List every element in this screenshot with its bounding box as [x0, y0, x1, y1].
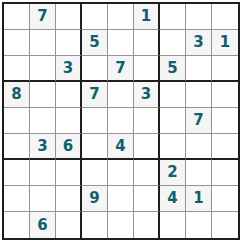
cell-r5c7[interactable]	[160, 108, 186, 134]
cell-r8c1[interactable]	[4, 186, 30, 212]
cell-r5c8[interactable]: 7	[186, 108, 212, 134]
cell-r1c6[interactable]: 1	[134, 4, 160, 30]
cell-r4c6[interactable]: 3	[134, 82, 160, 108]
cell-r7c9[interactable]	[212, 160, 238, 186]
page: 71531375873736429416	[0, 0, 240, 240]
cell-r6c6[interactable]	[134, 134, 160, 160]
cell-r9c9[interactable]	[212, 212, 238, 238]
cell-r9c5[interactable]	[108, 212, 134, 238]
cell-r3c3[interactable]: 3	[56, 56, 82, 82]
cell-r4c8[interactable]	[186, 82, 212, 108]
cell-r4c2[interactable]	[30, 82, 56, 108]
cell-r6c3[interactable]: 6	[56, 134, 82, 160]
cell-r6c2[interactable]: 3	[30, 134, 56, 160]
cell-r8c8[interactable]: 1	[186, 186, 212, 212]
cell-r9c8[interactable]	[186, 212, 212, 238]
cell-r1c9[interactable]	[212, 4, 238, 30]
cell-r7c5[interactable]	[108, 160, 134, 186]
cell-r2c7[interactable]	[160, 30, 186, 56]
cell-r3c6[interactable]	[134, 56, 160, 82]
cell-r9c2[interactable]: 6	[30, 212, 56, 238]
cell-r8c2[interactable]	[30, 186, 56, 212]
cell-r8c9[interactable]	[212, 186, 238, 212]
cell-r3c1[interactable]	[4, 56, 30, 82]
cell-r7c2[interactable]	[30, 160, 56, 186]
cell-r3c4[interactable]	[82, 56, 108, 82]
cell-r7c8[interactable]	[186, 160, 212, 186]
sudoku-board: 71531375873736429416	[2, 2, 240, 240]
cell-r4c9[interactable]	[212, 82, 238, 108]
cell-r6c8[interactable]	[186, 134, 212, 160]
cell-r1c3[interactable]	[56, 4, 82, 30]
cell-r7c6[interactable]	[134, 160, 160, 186]
cell-r6c9[interactable]	[212, 134, 238, 160]
cell-r3c9[interactable]	[212, 56, 238, 82]
cell-r9c1[interactable]	[4, 212, 30, 238]
cell-r4c3[interactable]	[56, 82, 82, 108]
cell-r7c7[interactable]: 2	[160, 160, 186, 186]
cell-r1c7[interactable]	[160, 4, 186, 30]
cell-r2c3[interactable]	[56, 30, 82, 56]
cell-r2c8[interactable]: 3	[186, 30, 212, 56]
cell-r8c6[interactable]	[134, 186, 160, 212]
cell-r1c5[interactable]	[108, 4, 134, 30]
cell-r5c3[interactable]	[56, 108, 82, 134]
cell-r4c7[interactable]	[160, 82, 186, 108]
cell-r5c1[interactable]	[4, 108, 30, 134]
cell-r5c2[interactable]	[30, 108, 56, 134]
cell-r9c7[interactable]	[160, 212, 186, 238]
cell-r2c1[interactable]	[4, 30, 30, 56]
cell-r8c3[interactable]	[56, 186, 82, 212]
cell-r2c9[interactable]: 1	[212, 30, 238, 56]
cell-r6c7[interactable]	[160, 134, 186, 160]
cell-r4c1[interactable]: 8	[4, 82, 30, 108]
cell-r8c7[interactable]: 4	[160, 186, 186, 212]
cell-r3c7[interactable]: 5	[160, 56, 186, 82]
cell-r1c2[interactable]: 7	[30, 4, 56, 30]
cell-r3c2[interactable]	[30, 56, 56, 82]
cell-r2c6[interactable]	[134, 30, 160, 56]
cell-r8c4[interactable]: 9	[82, 186, 108, 212]
cell-r7c3[interactable]	[56, 160, 82, 186]
cell-r8c5[interactable]	[108, 186, 134, 212]
cell-r9c4[interactable]	[82, 212, 108, 238]
cell-r2c2[interactable]	[30, 30, 56, 56]
cell-r3c5[interactable]: 7	[108, 56, 134, 82]
cell-r1c8[interactable]	[186, 4, 212, 30]
cell-r5c9[interactable]	[212, 108, 238, 134]
cell-r9c3[interactable]	[56, 212, 82, 238]
cell-r3c8[interactable]	[186, 56, 212, 82]
cell-r5c5[interactable]	[108, 108, 134, 134]
cell-r5c6[interactable]	[134, 108, 160, 134]
cell-r6c4[interactable]	[82, 134, 108, 160]
cell-r2c4[interactable]: 5	[82, 30, 108, 56]
cell-r6c1[interactable]	[4, 134, 30, 160]
cell-r1c4[interactable]	[82, 4, 108, 30]
cell-r1c1[interactable]	[4, 4, 30, 30]
cell-r4c4[interactable]: 7	[82, 82, 108, 108]
cell-r9c6[interactable]	[134, 212, 160, 238]
cell-r7c4[interactable]	[82, 160, 108, 186]
cell-r5c4[interactable]	[82, 108, 108, 134]
cell-r6c5[interactable]: 4	[108, 134, 134, 160]
cell-r2c5[interactable]	[108, 30, 134, 56]
cell-r4c5[interactable]	[108, 82, 134, 108]
cell-r7c1[interactable]	[4, 160, 30, 186]
